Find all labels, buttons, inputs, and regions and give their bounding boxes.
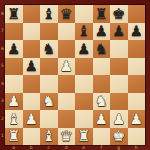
square-h2[interactable]: ♟ [128, 110, 146, 128]
square-e4[interactable] [75, 75, 93, 93]
black-pawn-h7: ♟ [128, 23, 146, 41]
white-pawn-b2: ♟ [23, 110, 41, 128]
square-d4[interactable] [58, 75, 76, 93]
white-pawn-h2: ♟ [128, 110, 146, 128]
chess-board: ♜♝♛♜♚♝♟♟♟♟♞♟♞♟♟♟♞♞♝♟♟♟♟♜♝♛♜♚ [5, 5, 145, 145]
square-b6[interactable] [23, 40, 41, 58]
black-knight-c6: ♞ [40, 40, 58, 58]
rank-label-3: 3 [1, 99, 4, 104]
square-h1[interactable] [128, 128, 146, 146]
file-label-h: h [128, 146, 146, 150]
square-b5[interactable]: ♟ [23, 58, 41, 76]
square-c3[interactable]: ♞ [40, 93, 58, 111]
square-g1[interactable]: ♚ [110, 128, 128, 146]
square-b1[interactable] [23, 128, 41, 146]
square-c7[interactable] [40, 23, 58, 41]
square-g7[interactable]: ♟ [110, 23, 128, 41]
square-b8[interactable] [23, 5, 41, 23]
square-c4[interactable] [40, 75, 58, 93]
black-bishop-c8: ♝ [40, 5, 58, 23]
square-h3[interactable] [128, 93, 146, 111]
black-pawn-g7: ♟ [110, 23, 128, 41]
black-pawn-b5: ♟ [23, 58, 41, 76]
square-e3[interactable] [75, 93, 93, 111]
square-e5[interactable] [75, 58, 93, 76]
rank-label-5: 5 [1, 64, 4, 69]
rank-label-2: 2 [1, 117, 4, 122]
square-e8[interactable] [75, 5, 93, 23]
black-rook-f8: ♜ [93, 5, 111, 23]
rank-label-4: 4 [1, 82, 4, 87]
white-rook-a1: ♜ [5, 128, 23, 146]
black-knight-f6: ♞ [93, 40, 111, 58]
rank-label-1: 1 [1, 134, 4, 139]
square-f7[interactable]: ♟ [93, 23, 111, 41]
black-pawn-e6: ♟ [75, 40, 93, 58]
square-c1[interactable]: ♝ [40, 128, 58, 146]
square-d7[interactable] [58, 23, 76, 41]
square-g8[interactable]: ♚ [110, 5, 128, 23]
square-h8[interactable] [128, 5, 146, 23]
black-king-g8: ♚ [110, 5, 128, 23]
square-b4[interactable] [23, 75, 41, 93]
white-bishop-a2: ♝ [5, 110, 23, 128]
black-bishop-e7: ♝ [75, 23, 93, 41]
square-c6[interactable]: ♞ [40, 40, 58, 58]
white-bishop-c1: ♝ [40, 128, 58, 146]
file-label-a: a [5, 146, 23, 150]
white-pawn-g2: ♟ [110, 110, 128, 128]
file-label-c: c [40, 146, 58, 150]
file-label-g: g [110, 146, 128, 150]
square-c8[interactable]: ♝ [40, 5, 58, 23]
square-h6[interactable] [128, 40, 146, 58]
square-e1[interactable]: ♜ [75, 128, 93, 146]
white-queen-d1: ♛ [58, 128, 76, 146]
square-f6[interactable]: ♞ [93, 40, 111, 58]
black-pawn-f7: ♟ [93, 23, 111, 41]
square-a6[interactable]: ♟ [5, 40, 23, 58]
square-e2[interactable] [75, 110, 93, 128]
file-label-e: e [75, 146, 93, 150]
square-a8[interactable]: ♜ [5, 5, 23, 23]
black-pawn-a6: ♟ [5, 40, 23, 58]
white-knight-f3: ♞ [93, 93, 111, 111]
square-b7[interactable] [23, 23, 41, 41]
chess-board-frame: ♜♝♛♜♚♝♟♟♟♟♞♟♞♟♟♟♞♞♝♟♟♟♟♜♝♛♜♚ 87654321abc… [0, 0, 150, 150]
rank-label-6: 6 [1, 47, 4, 52]
square-d6[interactable] [58, 40, 76, 58]
square-g2[interactable]: ♟ [110, 110, 128, 128]
square-b2[interactable]: ♟ [23, 110, 41, 128]
white-rook-e1: ♜ [75, 128, 93, 146]
square-d5[interactable]: ♟ [58, 58, 76, 76]
square-e6[interactable]: ♟ [75, 40, 93, 58]
square-a3[interactable]: ♟ [5, 93, 23, 111]
square-f8[interactable]: ♜ [93, 5, 111, 23]
square-b3[interactable] [23, 93, 41, 111]
square-g4[interactable] [110, 75, 128, 93]
square-d3[interactable] [58, 93, 76, 111]
square-a4[interactable] [5, 75, 23, 93]
square-f3[interactable]: ♞ [93, 93, 111, 111]
square-f4[interactable] [93, 75, 111, 93]
square-g5[interactable] [110, 58, 128, 76]
file-label-f: f [93, 146, 111, 150]
file-label-b: b [23, 146, 41, 150]
white-pawn-a3: ♟ [5, 93, 23, 111]
square-e7[interactable]: ♝ [75, 23, 93, 41]
square-a1[interactable]: ♜ [5, 128, 23, 146]
square-g6[interactable] [110, 40, 128, 58]
square-f1[interactable] [93, 128, 111, 146]
white-king-g1: ♚ [110, 128, 128, 146]
square-d1[interactable]: ♛ [58, 128, 76, 146]
rank-label-8: 8 [1, 12, 4, 17]
square-d2[interactable] [58, 110, 76, 128]
square-a2[interactable]: ♝ [5, 110, 23, 128]
white-knight-c3: ♞ [40, 93, 58, 111]
black-queen-d8: ♛ [58, 5, 76, 23]
file-label-d: d [58, 146, 76, 150]
square-c5[interactable] [40, 58, 58, 76]
square-d8[interactable]: ♛ [58, 5, 76, 23]
square-a7[interactable] [5, 23, 23, 41]
black-rook-a8: ♜ [5, 5, 23, 23]
square-f5[interactable] [93, 58, 111, 76]
square-a5[interactable] [5, 58, 23, 76]
square-c2[interactable] [40, 110, 58, 128]
white-pawn-d5: ♟ [58, 58, 76, 76]
square-f2[interactable]: ♟ [93, 110, 111, 128]
square-h5[interactable] [128, 58, 146, 76]
rank-label-7: 7 [1, 29, 4, 34]
square-h4[interactable] [128, 75, 146, 93]
square-g3[interactable] [110, 93, 128, 111]
white-pawn-f2: ♟ [93, 110, 111, 128]
square-h7[interactable]: ♟ [128, 23, 146, 41]
